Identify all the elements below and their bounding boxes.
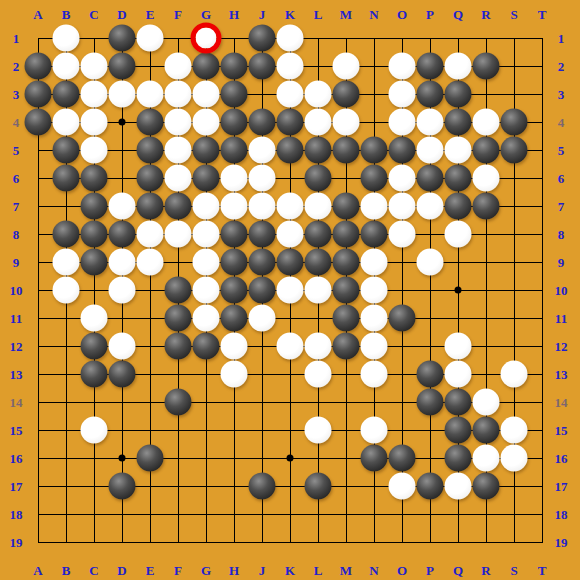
row-label-right: 4	[558, 116, 565, 129]
white-stone[interactable]	[193, 81, 220, 108]
white-stone[interactable]	[445, 53, 472, 80]
column-label-top: H	[229, 8, 239, 21]
black-stone[interactable]	[25, 109, 52, 136]
black-stone[interactable]	[137, 109, 164, 136]
column-label-top: N	[369, 8, 378, 21]
row-label-right: 16	[555, 452, 568, 465]
black-stone[interactable]	[501, 109, 528, 136]
black-stone[interactable]	[333, 193, 360, 220]
black-stone[interactable]	[473, 53, 500, 80]
black-stone[interactable]	[361, 445, 388, 472]
black-stone[interactable]	[165, 305, 192, 332]
column-label-top: K	[285, 8, 295, 21]
black-stone[interactable]	[81, 193, 108, 220]
column-label-bottom: N	[369, 564, 378, 577]
white-stone[interactable]	[361, 333, 388, 360]
star-point	[287, 455, 294, 462]
white-stone[interactable]	[501, 445, 528, 472]
white-stone[interactable]	[361, 361, 388, 388]
black-stone[interactable]	[109, 221, 136, 248]
white-stone[interactable]	[333, 53, 360, 80]
row-label-right: 2	[558, 60, 565, 73]
row-label-right: 14	[555, 396, 568, 409]
black-stone[interactable]	[165, 277, 192, 304]
white-stone[interactable]	[277, 333, 304, 360]
row-label-right: 5	[558, 144, 565, 157]
white-stone[interactable]	[277, 81, 304, 108]
black-stone[interactable]	[109, 53, 136, 80]
white-stone[interactable]	[417, 249, 444, 276]
black-stone[interactable]	[473, 473, 500, 500]
black-stone[interactable]	[417, 81, 444, 108]
black-stone[interactable]	[25, 81, 52, 108]
row-label-left: 4	[13, 116, 20, 129]
row-label-right: 9	[558, 256, 565, 269]
black-stone[interactable]	[389, 305, 416, 332]
black-stone[interactable]	[221, 249, 248, 276]
black-stone[interactable]	[333, 221, 360, 248]
column-label-top: Q	[453, 8, 463, 21]
column-label-top: S	[510, 8, 517, 21]
white-stone[interactable]	[53, 277, 80, 304]
black-stone[interactable]	[249, 109, 276, 136]
row-label-left: 2	[13, 60, 20, 73]
white-stone[interactable]	[361, 249, 388, 276]
white-stone[interactable]	[277, 53, 304, 80]
white-stone[interactable]	[445, 473, 472, 500]
black-stone[interactable]	[333, 249, 360, 276]
black-stone[interactable]	[165, 193, 192, 220]
white-stone[interactable]	[305, 277, 332, 304]
star-point	[119, 119, 126, 126]
white-stone[interactable]	[445, 361, 472, 388]
black-stone[interactable]	[305, 137, 332, 164]
column-label-bottom: Q	[453, 564, 463, 577]
go-board[interactable]: AABBCCDDEEFFGGHHJJKKLLMMNNOOPPQQRRSSTT11…	[0, 0, 580, 580]
black-stone[interactable]	[417, 361, 444, 388]
white-stone[interactable]	[445, 333, 472, 360]
column-label-bottom: K	[285, 564, 295, 577]
black-stone[interactable]	[305, 473, 332, 500]
white-stone[interactable]	[305, 417, 332, 444]
column-label-top: C	[89, 8, 98, 21]
black-stone[interactable]	[249, 277, 276, 304]
black-stone[interactable]	[389, 445, 416, 472]
black-stone[interactable]	[277, 109, 304, 136]
black-stone[interactable]	[417, 389, 444, 416]
black-stone[interactable]	[417, 165, 444, 192]
column-label-top: D	[117, 8, 126, 21]
black-stone[interactable]	[221, 137, 248, 164]
row-label-left: 1	[13, 32, 20, 45]
black-stone[interactable]	[137, 137, 164, 164]
column-label-top: T	[538, 8, 547, 21]
white-stone[interactable]	[417, 109, 444, 136]
black-stone[interactable]	[221, 221, 248, 248]
white-stone[interactable]	[305, 109, 332, 136]
black-stone[interactable]	[81, 221, 108, 248]
white-stone[interactable]	[53, 249, 80, 276]
white-stone[interactable]	[417, 137, 444, 164]
row-label-right: 15	[555, 424, 568, 437]
white-stone[interactable]	[249, 305, 276, 332]
white-stone[interactable]	[109, 333, 136, 360]
column-label-bottom: P	[426, 564, 434, 577]
black-stone[interactable]	[53, 221, 80, 248]
black-stone[interactable]	[193, 137, 220, 164]
white-stone[interactable]	[81, 137, 108, 164]
white-stone[interactable]	[221, 193, 248, 220]
black-stone[interactable]	[305, 249, 332, 276]
white-stone[interactable]	[81, 109, 108, 136]
black-stone[interactable]	[333, 333, 360, 360]
white-stone[interactable]	[109, 193, 136, 220]
column-label-bottom: R	[481, 564, 490, 577]
column-label-bottom: B	[62, 564, 71, 577]
white-stone[interactable]	[361, 193, 388, 220]
row-label-left: 15	[10, 424, 23, 437]
row-label-left: 10	[10, 284, 23, 297]
row-label-left: 17	[10, 480, 23, 493]
column-label-top: M	[340, 8, 352, 21]
white-stone[interactable]	[193, 109, 220, 136]
column-label-bottom: O	[397, 564, 407, 577]
white-stone[interactable]	[165, 81, 192, 108]
black-stone[interactable]	[109, 25, 136, 52]
black-stone[interactable]	[137, 165, 164, 192]
black-stone[interactable]	[81, 165, 108, 192]
black-stone[interactable]	[277, 137, 304, 164]
white-stone[interactable]	[81, 53, 108, 80]
last-move-marker[interactable]	[191, 23, 222, 54]
black-stone[interactable]	[221, 305, 248, 332]
column-label-bottom: E	[146, 564, 155, 577]
black-stone[interactable]	[249, 25, 276, 52]
white-stone[interactable]	[361, 417, 388, 444]
black-stone[interactable]	[109, 473, 136, 500]
star-point	[119, 455, 126, 462]
black-stone[interactable]	[445, 417, 472, 444]
row-label-right: 7	[558, 200, 565, 213]
row-label-left: 5	[13, 144, 20, 157]
black-stone[interactable]	[473, 137, 500, 164]
white-stone[interactable]	[193, 249, 220, 276]
row-label-right: 17	[555, 480, 568, 493]
black-stone[interactable]	[445, 389, 472, 416]
row-label-right: 10	[555, 284, 568, 297]
grid-line-vertical	[542, 38, 543, 543]
white-stone[interactable]	[277, 221, 304, 248]
white-stone[interactable]	[361, 305, 388, 332]
row-label-right: 12	[555, 340, 568, 353]
white-stone[interactable]	[81, 417, 108, 444]
row-label-left: 14	[10, 396, 23, 409]
column-label-top: B	[62, 8, 71, 21]
column-label-bottom: T	[538, 564, 547, 577]
white-stone[interactable]	[249, 193, 276, 220]
column-label-bottom: G	[201, 564, 211, 577]
column-label-bottom: H	[229, 564, 239, 577]
row-label-left: 16	[10, 452, 23, 465]
black-stone[interactable]	[81, 333, 108, 360]
white-stone[interactable]	[53, 53, 80, 80]
black-stone[interactable]	[221, 81, 248, 108]
white-stone[interactable]	[193, 193, 220, 220]
black-stone[interactable]	[417, 53, 444, 80]
column-label-bottom: M	[340, 564, 352, 577]
black-stone[interactable]	[221, 53, 248, 80]
white-stone[interactable]	[137, 221, 164, 248]
column-label-top: E	[146, 8, 155, 21]
white-stone[interactable]	[473, 165, 500, 192]
white-stone[interactable]	[501, 361, 528, 388]
black-stone[interactable]	[53, 137, 80, 164]
column-label-top: J	[259, 8, 266, 21]
white-stone[interactable]	[445, 137, 472, 164]
row-label-left: 8	[13, 228, 20, 241]
black-stone[interactable]	[445, 193, 472, 220]
white-stone[interactable]	[333, 109, 360, 136]
row-label-right: 18	[555, 508, 568, 521]
black-stone[interactable]	[445, 81, 472, 108]
white-stone[interactable]	[277, 25, 304, 52]
black-stone[interactable]	[137, 445, 164, 472]
row-label-right: 8	[558, 228, 565, 241]
black-stone[interactable]	[165, 389, 192, 416]
black-stone[interactable]	[305, 165, 332, 192]
column-label-bottom: S	[510, 564, 517, 577]
row-label-left: 12	[10, 340, 23, 353]
column-label-bottom: F	[174, 564, 182, 577]
white-stone[interactable]	[473, 445, 500, 472]
black-stone[interactable]	[389, 137, 416, 164]
column-label-top: F	[174, 8, 182, 21]
black-stone[interactable]	[53, 81, 80, 108]
black-stone[interactable]	[417, 473, 444, 500]
white-stone[interactable]	[221, 361, 248, 388]
white-stone[interactable]	[165, 221, 192, 248]
white-stone[interactable]	[389, 109, 416, 136]
black-stone[interactable]	[305, 221, 332, 248]
white-stone[interactable]	[109, 277, 136, 304]
black-stone[interactable]	[333, 81, 360, 108]
white-stone[interactable]	[165, 137, 192, 164]
white-stone[interactable]	[389, 193, 416, 220]
column-label-top: L	[314, 8, 323, 21]
white-stone[interactable]	[473, 389, 500, 416]
row-label-left: 3	[13, 88, 20, 101]
white-stone[interactable]	[249, 165, 276, 192]
black-stone[interactable]	[81, 361, 108, 388]
black-stone[interactable]	[445, 165, 472, 192]
black-stone[interactable]	[333, 277, 360, 304]
white-stone[interactable]	[137, 25, 164, 52]
black-stone[interactable]	[361, 137, 388, 164]
row-label-left: 11	[10, 312, 22, 325]
white-stone[interactable]	[389, 53, 416, 80]
black-stone[interactable]	[445, 445, 472, 472]
black-stone[interactable]	[221, 277, 248, 304]
column-label-top: O	[397, 8, 407, 21]
white-stone[interactable]	[221, 165, 248, 192]
white-stone[interactable]	[221, 333, 248, 360]
white-stone[interactable]	[277, 277, 304, 304]
grid-line-horizontal	[38, 318, 543, 319]
white-stone[interactable]	[165, 109, 192, 136]
white-stone[interactable]	[277, 193, 304, 220]
black-stone[interactable]	[249, 473, 276, 500]
white-stone[interactable]	[193, 221, 220, 248]
white-stone[interactable]	[81, 305, 108, 332]
black-stone[interactable]	[445, 109, 472, 136]
column-label-top: P	[426, 8, 434, 21]
white-stone[interactable]	[389, 165, 416, 192]
row-label-right: 11	[555, 312, 567, 325]
black-stone[interactable]	[333, 137, 360, 164]
white-stone[interactable]	[361, 277, 388, 304]
white-stone[interactable]	[305, 193, 332, 220]
white-stone[interactable]	[137, 249, 164, 276]
white-stone[interactable]	[501, 417, 528, 444]
black-stone[interactable]	[81, 249, 108, 276]
white-stone[interactable]	[53, 25, 80, 52]
black-stone[interactable]	[333, 305, 360, 332]
white-stone[interactable]	[473, 109, 500, 136]
white-stone[interactable]	[53, 109, 80, 136]
white-stone[interactable]	[193, 305, 220, 332]
column-label-bottom: A	[33, 564, 42, 577]
white-stone[interactable]	[389, 81, 416, 108]
black-stone[interactable]	[277, 249, 304, 276]
black-stone[interactable]	[473, 417, 500, 444]
column-label-bottom: C	[89, 564, 98, 577]
black-stone[interactable]	[193, 165, 220, 192]
row-label-left: 6	[13, 172, 20, 185]
column-label-bottom: J	[259, 564, 266, 577]
row-label-right: 3	[558, 88, 565, 101]
black-stone[interactable]	[221, 109, 248, 136]
black-stone[interactable]	[25, 53, 52, 80]
black-stone[interactable]	[361, 165, 388, 192]
black-stone[interactable]	[109, 361, 136, 388]
row-label-right: 13	[555, 368, 568, 381]
black-stone[interactable]	[249, 221, 276, 248]
column-label-top: G	[201, 8, 211, 21]
black-stone[interactable]	[249, 249, 276, 276]
white-stone[interactable]	[81, 81, 108, 108]
row-label-right: 1	[558, 32, 565, 45]
white-stone[interactable]	[109, 81, 136, 108]
white-stone[interactable]	[445, 221, 472, 248]
star-point	[455, 287, 462, 294]
white-stone[interactable]	[249, 137, 276, 164]
white-stone[interactable]	[305, 81, 332, 108]
white-stone[interactable]	[193, 277, 220, 304]
row-label-left: 7	[13, 200, 20, 213]
row-label-left: 13	[10, 368, 23, 381]
column-label-top: A	[33, 8, 42, 21]
column-label-bottom: L	[314, 564, 323, 577]
grid-line-horizontal	[38, 514, 543, 515]
row-label-left: 19	[10, 536, 23, 549]
black-stone[interactable]	[501, 137, 528, 164]
row-label-left: 9	[13, 256, 20, 269]
white-stone[interactable]	[389, 473, 416, 500]
column-label-top: R	[481, 8, 490, 21]
black-stone[interactable]	[137, 193, 164, 220]
row-label-left: 18	[10, 508, 23, 521]
white-stone[interactable]	[109, 249, 136, 276]
white-stone[interactable]	[389, 221, 416, 248]
row-label-right: 19	[555, 536, 568, 549]
black-stone[interactable]	[361, 221, 388, 248]
black-stone[interactable]	[53, 165, 80, 192]
column-label-bottom: D	[117, 564, 126, 577]
white-stone[interactable]	[417, 193, 444, 220]
black-stone[interactable]	[249, 53, 276, 80]
black-stone[interactable]	[165, 333, 192, 360]
row-label-right: 6	[558, 172, 565, 185]
white-stone[interactable]	[305, 361, 332, 388]
white-stone[interactable]	[137, 81, 164, 108]
white-stone[interactable]	[305, 333, 332, 360]
black-stone[interactable]	[193, 333, 220, 360]
black-stone[interactable]	[193, 53, 220, 80]
white-stone[interactable]	[165, 165, 192, 192]
white-stone[interactable]	[165, 53, 192, 80]
black-stone[interactable]	[473, 193, 500, 220]
grid-line-horizontal	[38, 542, 543, 543]
